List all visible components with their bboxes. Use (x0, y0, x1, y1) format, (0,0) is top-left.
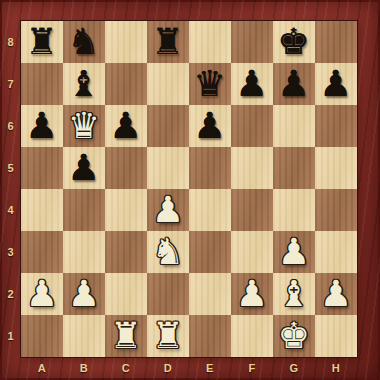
square-f6[interactable] (231, 105, 273, 147)
file-label-h: H (315, 357, 357, 380)
black-bishop-b7: ♝ (63, 63, 105, 105)
white-king-g1: ♚ (273, 315, 315, 357)
square-b6[interactable]: ♛ (63, 105, 105, 147)
square-e3[interactable] (189, 231, 231, 273)
square-d3[interactable]: ♞ (147, 231, 189, 273)
square-h6[interactable] (315, 105, 357, 147)
black-pawn-h7: ♟ (315, 63, 357, 105)
square-f8[interactable] (231, 21, 273, 63)
square-h1[interactable] (315, 315, 357, 357)
black-rook-a8: ♜ (21, 21, 63, 63)
rank-label-3: 3 (0, 231, 21, 273)
square-c3[interactable] (105, 231, 147, 273)
square-c6[interactable]: ♟ (105, 105, 147, 147)
black-pawn-f7: ♟ (231, 63, 273, 105)
square-d7[interactable] (147, 63, 189, 105)
square-h4[interactable] (315, 189, 357, 231)
file-label-c: C (105, 357, 147, 380)
square-a6[interactable]: ♟ (21, 105, 63, 147)
square-g4[interactable] (273, 189, 315, 231)
square-b7[interactable]: ♝ (63, 63, 105, 105)
square-d6[interactable] (147, 105, 189, 147)
file-label-g: G (273, 357, 315, 380)
square-h8[interactable] (315, 21, 357, 63)
white-pawn-f2: ♟ (231, 273, 273, 315)
square-g1[interactable]: ♚ (273, 315, 315, 357)
white-pawn-d4: ♟ (147, 189, 189, 231)
white-pawn-h2: ♟ (315, 273, 357, 315)
square-a7[interactable] (21, 63, 63, 105)
white-pawn-a2: ♟ (21, 273, 63, 315)
square-f1[interactable] (231, 315, 273, 357)
square-a4[interactable] (21, 189, 63, 231)
square-g3[interactable]: ♟ (273, 231, 315, 273)
square-b2[interactable]: ♟ (63, 273, 105, 315)
square-c8[interactable] (105, 21, 147, 63)
square-g7[interactable]: ♟ (273, 63, 315, 105)
square-b4[interactable] (63, 189, 105, 231)
black-queen-e7: ♛ (189, 63, 231, 105)
square-c7[interactable] (105, 63, 147, 105)
file-label-e: E (189, 357, 231, 380)
square-f2[interactable]: ♟ (231, 273, 273, 315)
square-b3[interactable] (63, 231, 105, 273)
square-e6[interactable]: ♟ (189, 105, 231, 147)
square-e7[interactable]: ♛ (189, 63, 231, 105)
square-a2[interactable]: ♟ (21, 273, 63, 315)
square-g6[interactable] (273, 105, 315, 147)
white-bishop-g2: ♝ (273, 273, 315, 315)
rank-label-5: 5 (0, 147, 21, 189)
rank-label-1: 1 (0, 315, 21, 357)
rank-label-2: 2 (0, 273, 21, 315)
square-e1[interactable] (189, 315, 231, 357)
square-g8[interactable]: ♚ (273, 21, 315, 63)
black-pawn-b5: ♟ (63, 147, 105, 189)
square-d4[interactable]: ♟ (147, 189, 189, 231)
chess-board-widget: ♜♞♜♚♝♛♟♟♟♟♛♟♟♟♟♞♟♟♟♟♝♟♜♜♚ 87654321 ABCDE… (0, 0, 380, 380)
file-label-f: F (231, 357, 273, 380)
square-c5[interactable] (105, 147, 147, 189)
white-rook-c1: ♜ (105, 315, 147, 357)
white-rook-d1: ♜ (147, 315, 189, 357)
black-pawn-e6: ♟ (189, 105, 231, 147)
square-c2[interactable] (105, 273, 147, 315)
square-d5[interactable] (147, 147, 189, 189)
square-h5[interactable] (315, 147, 357, 189)
chess-board: ♜♞♜♚♝♛♟♟♟♟♛♟♟♟♟♞♟♟♟♟♝♟♜♜♚ (21, 21, 357, 357)
black-pawn-a6: ♟ (21, 105, 63, 147)
square-b1[interactable] (63, 315, 105, 357)
square-f3[interactable] (231, 231, 273, 273)
rank-label-7: 7 (0, 63, 21, 105)
white-queen-b6: ♛ (63, 105, 105, 147)
rank-label-8: 8 (0, 21, 21, 63)
square-a1[interactable] (21, 315, 63, 357)
square-c1[interactable]: ♜ (105, 315, 147, 357)
white-pawn-b2: ♟ (63, 273, 105, 315)
white-knight-d3: ♞ (147, 231, 189, 273)
file-label-a: A (21, 357, 63, 380)
square-b5[interactable]: ♟ (63, 147, 105, 189)
square-h7[interactable]: ♟ (315, 63, 357, 105)
black-knight-b8: ♞ (63, 21, 105, 63)
square-c4[interactable] (105, 189, 147, 231)
black-pawn-c6: ♟ (105, 105, 147, 147)
white-pawn-g3: ♟ (273, 231, 315, 273)
square-g5[interactable] (273, 147, 315, 189)
square-f4[interactable] (231, 189, 273, 231)
square-d1[interactable]: ♜ (147, 315, 189, 357)
square-a5[interactable] (21, 147, 63, 189)
black-king-g8: ♚ (273, 21, 315, 63)
square-a3[interactable] (21, 231, 63, 273)
file-label-b: B (63, 357, 105, 380)
rank-label-4: 4 (0, 189, 21, 231)
square-e5[interactable] (189, 147, 231, 189)
square-g2[interactable]: ♝ (273, 273, 315, 315)
file-label-d: D (147, 357, 189, 380)
square-e8[interactable] (189, 21, 231, 63)
square-e2[interactable] (189, 273, 231, 315)
square-f7[interactable]: ♟ (231, 63, 273, 105)
square-h3[interactable] (315, 231, 357, 273)
square-b8[interactable]: ♞ (63, 21, 105, 63)
black-pawn-g7: ♟ (273, 63, 315, 105)
square-a8[interactable]: ♜ (21, 21, 63, 63)
square-d2[interactable] (147, 273, 189, 315)
square-e4[interactable] (189, 189, 231, 231)
black-rook-d8: ♜ (147, 21, 189, 63)
square-d8[interactable]: ♜ (147, 21, 189, 63)
square-h2[interactable]: ♟ (315, 273, 357, 315)
rank-label-6: 6 (0, 105, 21, 147)
square-f5[interactable] (231, 147, 273, 189)
